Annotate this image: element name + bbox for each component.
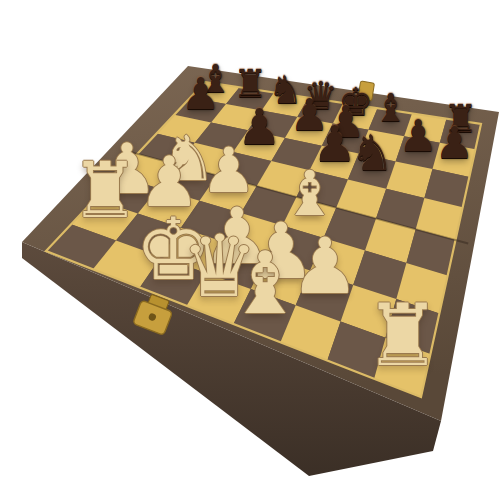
piece-white-bishop-e1[interactable]: ♝: [227, 241, 304, 327]
piece-black-pawn-h7[interactable]: ♟: [435, 122, 474, 166]
piece-black-pawn-g7[interactable]: ♟: [399, 115, 438, 159]
piece-black-pawn-a7[interactable]: ♟: [181, 72, 220, 116]
piece-white-rook-h1[interactable]: ♜: [364, 293, 441, 379]
piece-black-knight-f6[interactable]: ♞: [350, 128, 394, 177]
chess-set-photo: ♝♜♞♛♚♝♜♟♟♟♟♟♟♟♞♞♟♝♟♟♜♟♟♟♚♛♝♜: [0, 0, 500, 498]
piece-white-rook-a2[interactable]: ♜: [70, 153, 139, 230]
